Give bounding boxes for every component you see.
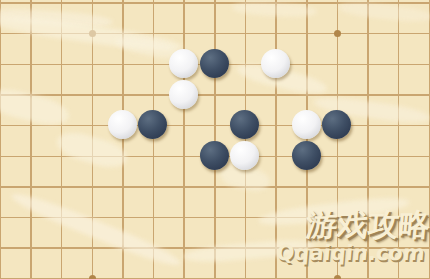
white-stone [169,80,198,109]
grid-line-horizontal [0,94,430,96]
smudge-mark [183,237,316,264]
grid-line-vertical [306,0,308,279]
gomoku-board[interactable]: 游戏攻略 Qqaiqin.com [0,0,430,279]
grid-line-vertical [367,0,369,279]
black-stone [292,141,321,170]
grid-line-vertical [0,0,1,279]
black-stone [200,141,229,170]
grid-line-vertical [275,0,277,279]
star-point [89,275,96,279]
black-stone [200,49,229,78]
grid-line-vertical [183,0,185,279]
white-stone [108,110,137,139]
grid-line-vertical [245,0,247,279]
black-stone [322,110,351,139]
grid-line-vertical [30,0,32,279]
white-stone [230,141,259,170]
black-stone [138,110,167,139]
grid-line-horizontal [0,186,430,188]
star-point [334,275,341,279]
smudge-mark [8,188,183,272]
white-stone [292,110,321,139]
smudge-mark [258,194,411,229]
white-stone [169,49,198,78]
grid-line-vertical [214,0,216,279]
grid-line-vertical [337,0,339,279]
star-point [334,30,341,37]
grid-line-horizontal [0,125,430,127]
black-stone [230,110,259,139]
white-stone [261,49,290,78]
grid-line-vertical [398,0,400,279]
